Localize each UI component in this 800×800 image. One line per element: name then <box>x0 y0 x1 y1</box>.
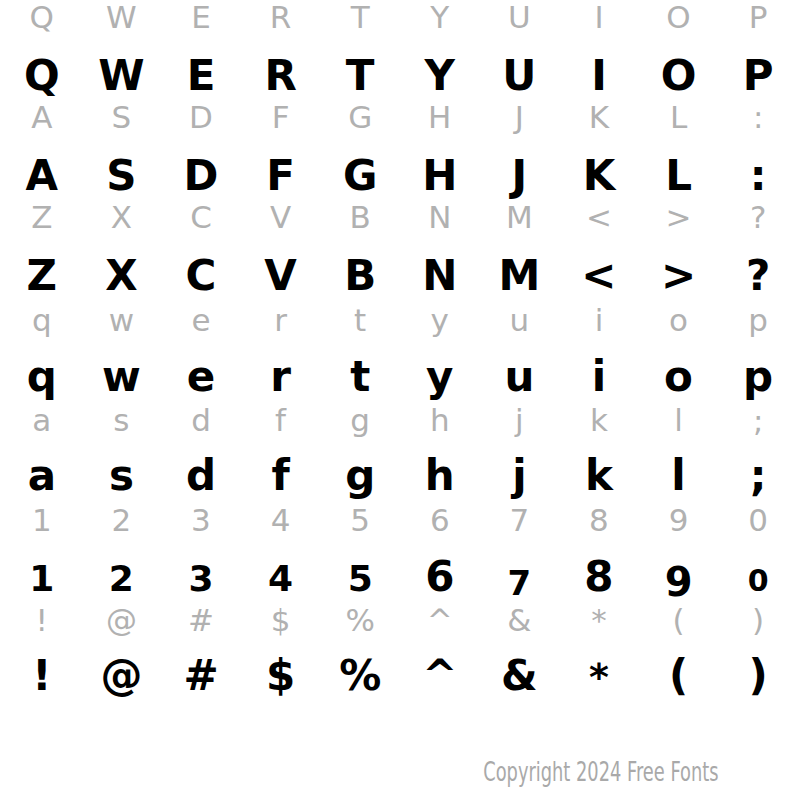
char-cell: 2 <box>82 558 162 599</box>
char-cell: w <box>82 352 162 401</box>
char-cell: o <box>639 352 719 401</box>
char-cell: 5 <box>320 558 400 599</box>
char-cell: C <box>161 251 241 300</box>
char-cell: ; <box>718 451 798 500</box>
char-cell: i <box>559 352 639 401</box>
char-cell: 5 <box>320 502 400 538</box>
char-cell: J <box>480 99 560 135</box>
char-cell: R <box>241 51 321 100</box>
char-cell: % <box>320 651 400 700</box>
char-cell: Y <box>400 0 480 35</box>
char-cell: 3 <box>161 502 241 538</box>
char-cell: ^ <box>400 651 480 700</box>
char-cell: $ <box>241 651 321 700</box>
char-cell: > <box>639 199 719 235</box>
char-cell: G <box>320 151 400 200</box>
char-cell: ) <box>718 651 798 700</box>
char-cell: & <box>480 602 560 638</box>
copyright-text: Copyright 2024 Free Fonts <box>484 756 719 787</box>
char-cell: : <box>718 99 798 135</box>
specimen-row-bold-6: !@#$%^&*() <box>2 651 798 700</box>
char-cell: P <box>718 51 798 100</box>
char-cell: & <box>480 651 560 700</box>
char-cell: N <box>400 199 480 235</box>
char-cell: 3 <box>161 558 241 599</box>
char-cell: I <box>559 0 639 35</box>
char-cell: ! <box>2 602 82 638</box>
char-cell: y <box>400 302 480 338</box>
char-cell: ? <box>718 199 798 235</box>
char-cell: P <box>718 0 798 35</box>
char-cell: : <box>718 151 798 200</box>
char-cell: N <box>400 251 480 300</box>
char-cell: ? <box>718 251 798 300</box>
char-cell: g <box>320 402 400 438</box>
char-cell: 8 <box>559 552 639 601</box>
char-cell: Z <box>2 251 82 300</box>
char-cell: F <box>241 151 321 200</box>
char-cell: k <box>559 402 639 438</box>
char-cell: 4 <box>241 558 321 599</box>
char-cell: l <box>639 451 719 500</box>
char-cell: T <box>320 0 400 35</box>
char-cell: ; <box>718 402 798 438</box>
char-cell: # <box>161 651 241 700</box>
char-cell: 6 <box>400 552 480 601</box>
char-cell: a <box>2 451 82 500</box>
char-cell: @ <box>82 602 162 638</box>
specimen-row-light-6: !@#$%^&*() <box>2 602 798 638</box>
char-cell: U <box>480 0 560 35</box>
specimen-row-light-0: QWERTYUIOP <box>2 0 798 35</box>
char-cell: ( <box>639 651 719 700</box>
char-cell: I <box>559 51 639 100</box>
specimen-row-light-4: asdfghjkl; <box>2 402 798 438</box>
char-cell: V <box>241 199 321 235</box>
char-cell: f <box>241 451 321 500</box>
char-cell: 4 <box>241 502 321 538</box>
char-cell: J <box>480 151 560 200</box>
char-cell: p <box>718 352 798 401</box>
char-cell: d <box>161 451 241 500</box>
char-cell: h <box>400 451 480 500</box>
char-cell: y <box>400 352 480 401</box>
char-cell: C <box>161 199 241 235</box>
char-cell: 7 <box>480 563 560 603</box>
char-cell: u <box>480 302 560 338</box>
char-cell: q <box>2 302 82 338</box>
char-cell: 6 <box>400 502 480 538</box>
char-cell: B <box>320 251 400 300</box>
char-cell: D <box>161 99 241 135</box>
char-cell: j <box>480 402 560 438</box>
char-cell: ( <box>639 602 719 638</box>
char-cell: D <box>161 151 241 200</box>
char-cell: Z <box>2 199 82 235</box>
char-cell: F <box>241 99 321 135</box>
char-cell: T <box>320 51 400 100</box>
char-cell: Q <box>2 0 82 35</box>
char-cell: K <box>559 99 639 135</box>
char-cell: r <box>241 302 321 338</box>
char-cell: Q <box>2 51 82 100</box>
char-cell: X <box>82 199 162 235</box>
char-cell: # <box>161 602 241 638</box>
char-cell: $ <box>241 602 321 638</box>
char-cell: g <box>320 451 400 500</box>
specimen-row-bold-2: ZXCVBNM<>? <box>2 251 798 300</box>
char-cell: A <box>2 99 82 135</box>
specimen-row-bold-4: asdfghjkl; <box>2 451 798 500</box>
char-cell: < <box>559 199 639 235</box>
char-cell: X <box>82 251 162 300</box>
char-cell: t <box>320 352 400 401</box>
char-cell: < <box>559 251 639 300</box>
specimen-row-light-1: ASDFGHJKL: <box>2 99 798 135</box>
char-cell: ! <box>2 651 82 700</box>
char-cell: ^ <box>400 602 480 638</box>
char-cell: V <box>241 251 321 300</box>
char-cell: % <box>320 602 400 638</box>
char-cell: d <box>161 402 241 438</box>
char-cell: t <box>320 302 400 338</box>
char-cell: S <box>82 99 162 135</box>
char-cell: j <box>480 451 560 500</box>
char-cell: O <box>639 51 719 100</box>
char-cell: U <box>480 51 560 100</box>
char-cell: 9 <box>639 559 719 605</box>
char-cell: 8 <box>559 502 639 538</box>
char-cell: w <box>82 302 162 338</box>
char-cell: s <box>82 402 162 438</box>
char-cell: H <box>400 99 480 135</box>
char-cell: E <box>161 0 241 35</box>
char-cell: q <box>2 352 82 401</box>
char-cell: 0 <box>718 502 798 538</box>
char-cell: O <box>639 0 719 35</box>
char-cell: 2 <box>82 502 162 538</box>
char-cell: K <box>559 151 639 200</box>
char-cell: M <box>480 199 560 235</box>
char-cell: a <box>2 402 82 438</box>
char-cell: R <box>241 0 321 35</box>
char-cell: * <box>559 655 639 699</box>
char-cell: l <box>639 402 719 438</box>
char-cell: ) <box>718 602 798 638</box>
char-cell: H <box>400 151 480 200</box>
char-cell: 1 <box>2 558 82 599</box>
char-cell: k <box>559 451 639 500</box>
char-cell: h <box>400 402 480 438</box>
char-cell: S <box>82 151 162 200</box>
char-cell: W <box>82 0 162 35</box>
char-cell: * <box>559 602 639 638</box>
char-cell: 0 <box>718 563 798 598</box>
char-cell: > <box>639 251 719 300</box>
char-cell: i <box>559 302 639 338</box>
specimen-row-light-5: 1234567890 <box>2 502 798 538</box>
specimen-row-light-2: ZXCVBNM<>? <box>2 199 798 235</box>
specimen-row-bold-5: 1234567890 <box>2 552 798 601</box>
specimen-row-bold-0: QWERTYUIOP <box>2 51 798 100</box>
char-cell: 9 <box>639 502 719 538</box>
specimen-row-bold-3: qwertyuiop <box>2 352 798 401</box>
char-cell: G <box>320 99 400 135</box>
char-cell: L <box>639 151 719 200</box>
char-cell: s <box>82 451 162 500</box>
char-cell: M <box>480 251 560 300</box>
char-cell: W <box>82 51 162 100</box>
char-cell: B <box>320 199 400 235</box>
char-cell: Y <box>400 51 480 100</box>
char-cell: 7 <box>480 502 560 538</box>
specimen-row-light-3: qwertyuiop <box>2 302 798 338</box>
char-cell: u <box>480 352 560 401</box>
char-cell: A <box>2 151 82 200</box>
specimen-row-bold-1: ASDFGHJKL: <box>2 151 798 200</box>
char-cell: e <box>161 352 241 401</box>
char-cell: o <box>639 302 719 338</box>
char-cell: @ <box>82 651 162 700</box>
font-specimen-canvas: QWERTYUIOPQWERTYUIOPASDFGHJKL:ASDFGHJKL:… <box>0 0 800 800</box>
char-cell: r <box>241 352 321 401</box>
char-cell: L <box>639 99 719 135</box>
char-cell: f <box>241 402 321 438</box>
char-cell: E <box>161 51 241 100</box>
char-cell: 1 <box>2 502 82 538</box>
char-cell: e <box>161 302 241 338</box>
char-cell: p <box>718 302 798 338</box>
